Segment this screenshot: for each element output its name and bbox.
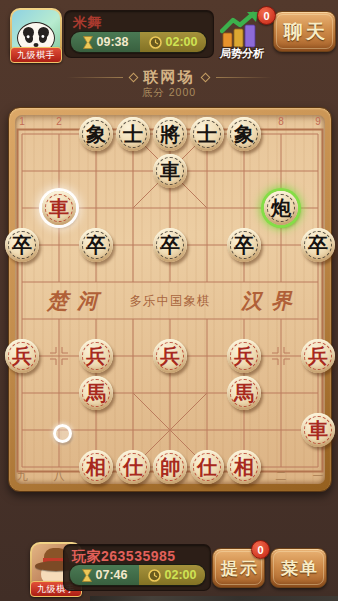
xiangqi-piece-black-卒[interactable]: 卒 <box>301 228 335 262</box>
menu-button[interactable]: 菜单 <box>270 548 327 588</box>
xiangqi-piece-red-帥[interactable]: 帥 <box>153 450 187 484</box>
top-player-panel: 米舞 09:38 02:00 <box>64 10 214 58</box>
bottom-edge-element <box>90 596 338 601</box>
xiangqi-piece-black-象[interactable]: 象 <box>79 117 113 151</box>
chat-button-label: 聊天 <box>281 19 328 45</box>
xiangqi-piece-black-卒[interactable]: 卒 <box>153 228 187 262</box>
top-player-timers: 09:38 02:00 <box>70 31 207 53</box>
top-total-timer: 09:38 <box>71 32 140 52</box>
clock-icon <box>149 36 162 49</box>
hourglass-icon <box>82 569 92 582</box>
analysis-button[interactable]: 0 局势分析 <box>213 8 271 60</box>
xiangqi-piece-red-相[interactable]: 相 <box>227 450 261 484</box>
xiangqi-piece-red-兵[interactable]: 兵 <box>5 339 39 373</box>
xiangqi-piece-black-車[interactable]: 車 <box>153 154 187 188</box>
xiangqi-piece-red-馬[interactable]: 馬 <box>227 376 261 410</box>
xiangqi-piece-red-兵[interactable]: 兵 <box>153 339 187 373</box>
clock-icon <box>148 569 161 582</box>
bottom-player-panel: 玩家263535985 07:46 02:00 <box>63 544 211 591</box>
top-player-name: 米舞 <box>73 14 102 32</box>
top-player-rank-badge: 九级棋手 <box>10 47 62 63</box>
xiangqi-piece-red-車[interactable]: 車 <box>42 191 76 225</box>
top-move-timer: 02:00 <box>140 32 206 52</box>
xiangqi-piece-black-炮[interactable]: 炮 <box>264 191 298 225</box>
xiangqi-piece-red-馬[interactable]: 馬 <box>79 376 113 410</box>
hint-button[interactable]: 提示 0 <box>212 548 265 588</box>
hint-button-label: 提示 <box>218 557 259 580</box>
bottom-player-timers: 07:46 02:00 <box>69 564 206 586</box>
xiangqi-piece-black-象[interactable]: 象 <box>227 117 261 151</box>
pieces-layer: 象士將士象車車炮卒卒卒卒卒兵兵兵兵兵馬馬車相仕帥仕相 <box>15 115 325 484</box>
decorative-line-right <box>216 77 272 78</box>
xiangqi-piece-black-卒[interactable]: 卒 <box>227 228 261 262</box>
xiangqi-piece-black-士[interactable]: 士 <box>190 117 224 151</box>
arena-title: 联网场 <box>144 68 195 87</box>
top-player-avatar[interactable]: 九级棋手 <box>10 8 62 60</box>
xiangqi-piece-red-兵[interactable]: 兵 <box>79 339 113 373</box>
bottom-total-timer: 07:46 <box>70 565 139 585</box>
move-origin-dot <box>53 424 72 443</box>
decorative-line-left <box>67 77 123 78</box>
menu-button-label: 菜单 <box>278 557 319 580</box>
diamond-icon-right <box>200 73 210 83</box>
analysis-badge: 0 <box>257 6 276 25</box>
chat-button[interactable]: 聊天 <box>273 11 336 52</box>
game-screen: 九级棋手 米舞 09:38 02:00 0 局势分析 聊天 <box>0 0 338 601</box>
bottom-move-timer: 02:00 <box>139 565 205 585</box>
xiangqi-piece-red-相[interactable]: 相 <box>79 450 113 484</box>
arena-header: 联网场 <box>0 68 338 87</box>
xiangqi-board-frame: 楚河 多乐中国象棋 汉界 123456789九八七六五四三二一 象士將士象車車炮… <box>8 107 332 492</box>
xiangqi-piece-black-卒[interactable]: 卒 <box>79 228 113 262</box>
diamond-icon-left <box>128 73 138 83</box>
xiangqi-piece-red-車[interactable]: 車 <box>301 413 335 447</box>
analysis-chart-icon <box>220 11 260 49</box>
xiangqi-piece-black-士[interactable]: 士 <box>116 117 150 151</box>
xiangqi-piece-red-兵[interactable]: 兵 <box>301 339 335 373</box>
xiangqi-piece-red-兵[interactable]: 兵 <box>227 339 261 373</box>
base-score-label: 底分 2000 <box>0 86 338 100</box>
xiangqi-piece-black-卒[interactable]: 卒 <box>5 228 39 262</box>
hint-badge: 0 <box>251 540 270 559</box>
xiangqi-piece-red-仕[interactable]: 仕 <box>190 450 224 484</box>
xiangqi-piece-black-將[interactable]: 將 <box>153 117 187 151</box>
hourglass-icon <box>83 36 93 49</box>
xiangqi-board[interactable]: 楚河 多乐中国象棋 汉界 123456789九八七六五四三二一 象士將士象車車炮… <box>15 115 325 484</box>
analysis-label: 局势分析 <box>212 46 272 61</box>
xiangqi-piece-red-仕[interactable]: 仕 <box>116 450 150 484</box>
